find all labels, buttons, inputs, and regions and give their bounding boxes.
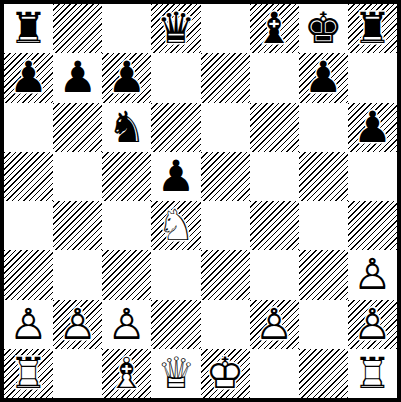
square-g5[interactable] [299,152,348,201]
square-a4[interactable] [4,201,53,250]
square-e6[interactable] [201,103,250,152]
square-f5[interactable] [250,152,299,201]
square-d3[interactable] [151,250,200,299]
square-g8[interactable]: ♚♚ [299,4,348,53]
square-e1[interactable]: ♚♔ [201,349,250,398]
square-a3[interactable] [4,250,53,299]
black-pawn: ♟ [102,53,151,102]
square-h4[interactable] [348,201,397,250]
square-c5[interactable] [102,152,151,201]
white-king: ♔ [201,349,250,398]
square-c1[interactable]: ♝♗ [102,349,151,398]
square-b4[interactable] [53,201,102,250]
square-f8[interactable]: ♝♝ [250,4,299,53]
square-c4[interactable] [102,201,151,250]
square-d8[interactable]: ♛♛ [151,4,200,53]
black-bishop: ♝ [250,4,299,53]
black-queen: ♛ [151,4,200,53]
black-pawn: ♟ [4,53,53,102]
square-g6[interactable] [299,103,348,152]
square-e7[interactable] [201,53,250,102]
square-f4[interactable] [250,201,299,250]
square-h5[interactable] [348,152,397,201]
square-d7[interactable] [151,53,200,102]
square-h2[interactable]: ♟♙ [348,300,397,349]
square-g7[interactable]: ♟♟ [299,53,348,102]
square-c8[interactable] [102,4,151,53]
square-g1[interactable] [299,349,348,398]
square-f7[interactable] [250,53,299,102]
square-b3[interactable] [53,250,102,299]
black-rook: ♜ [4,4,53,53]
white-pawn: ♙ [102,300,151,349]
white-queen: ♕ [151,349,200,398]
square-h1[interactable]: ♜♖ [348,349,397,398]
square-a1[interactable]: ♜♖ [4,349,53,398]
black-pawn: ♟ [299,53,348,102]
square-c3[interactable] [102,250,151,299]
square-b6[interactable] [53,103,102,152]
square-e2[interactable] [201,300,250,349]
square-c7[interactable]: ♟♟ [102,53,151,102]
square-f6[interactable] [250,103,299,152]
square-a8[interactable]: ♜♜ [4,4,53,53]
white-rook: ♖ [4,349,53,398]
white-pawn: ♙ [348,250,397,299]
square-b5[interactable] [53,152,102,201]
white-pawn: ♙ [4,300,53,349]
black-rook: ♜ [348,4,397,53]
black-pawn: ♟ [53,53,102,102]
square-a7[interactable]: ♟♟ [4,53,53,102]
square-a6[interactable] [4,103,53,152]
square-b1[interactable] [53,349,102,398]
square-h6[interactable]: ♟♟ [348,103,397,152]
square-d2[interactable] [151,300,200,349]
square-a5[interactable] [4,152,53,201]
square-b2[interactable]: ♟♙ [53,300,102,349]
black-king: ♚ [299,4,348,53]
square-d1[interactable]: ♛♕ [151,349,200,398]
white-rook: ♖ [348,349,397,398]
square-h3[interactable]: ♟♙ [348,250,397,299]
square-h7[interactable] [348,53,397,102]
square-f2[interactable]: ♟♙ [250,300,299,349]
square-b8[interactable] [53,4,102,53]
square-a2[interactable]: ♟♙ [4,300,53,349]
white-bishop: ♗ [102,349,151,398]
white-knight: ♘ [151,201,200,250]
chess-board: ♜♜♛♛♝♝♚♚♜♜♟♟♟♟♟♟♟♟♞♞♟♟♟♟♞♘♟♙♟♙♟♙♟♙♟♙♟♙♜♖… [0,0,401,402]
square-d5[interactable]: ♟♟ [151,152,200,201]
white-pawn: ♙ [250,300,299,349]
white-pawn: ♙ [53,300,102,349]
square-b7[interactable]: ♟♟ [53,53,102,102]
square-f1[interactable] [250,349,299,398]
square-c6[interactable]: ♞♞ [102,103,151,152]
square-d4[interactable]: ♞♘ [151,201,200,250]
black-knight: ♞ [102,103,151,152]
square-e3[interactable] [201,250,250,299]
square-e5[interactable] [201,152,250,201]
white-pawn: ♙ [348,300,397,349]
square-f3[interactable] [250,250,299,299]
square-g4[interactable] [299,201,348,250]
black-pawn: ♟ [348,103,397,152]
square-g3[interactable] [299,250,348,299]
square-g2[interactable] [299,300,348,349]
black-pawn: ♟ [151,152,200,201]
square-h8[interactable]: ♜♜ [348,4,397,53]
square-d6[interactable] [151,103,200,152]
square-e4[interactable] [201,201,250,250]
square-e8[interactable] [201,4,250,53]
square-c2[interactable]: ♟♙ [102,300,151,349]
